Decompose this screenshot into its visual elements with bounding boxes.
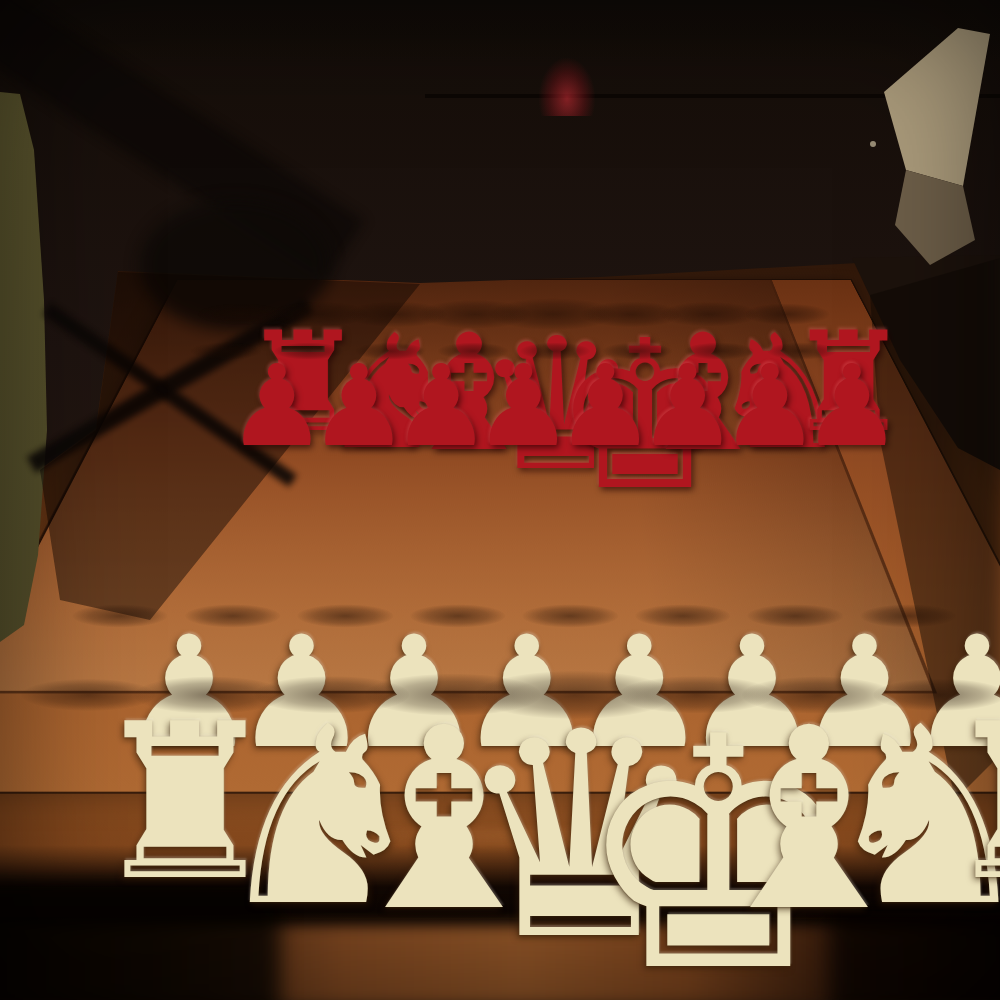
wall-speck (870, 141, 876, 147)
red-led-glow (539, 58, 595, 116)
photo-stage: ♜♞♝♛♚♝♞♜♟♟♟♟♟♟♟♟♟♟♟♟♟♟♟♟♜♞♝♛♚♝♞♜ (0, 0, 1000, 1000)
corner-shadow-left (0, 880, 280, 1000)
corner-shadow-right (830, 900, 1000, 1000)
ceiling-shadow-band (0, 0, 1000, 62)
